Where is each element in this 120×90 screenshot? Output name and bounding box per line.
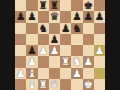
piece-white-rook[interactable]: ♜	[61, 56, 70, 67]
piece-white-knight[interactable]: ♞	[72, 56, 81, 67]
square-f1[interactable]	[71, 79, 82, 90]
piece-white-pawn[interactable]: ♟	[16, 68, 25, 79]
piece-black-queen[interactable]: ♛	[50, 11, 59, 22]
square-a5[interactable]	[15, 34, 26, 45]
square-c8[interactable]: ♜	[38, 0, 49, 11]
square-f5[interactable]	[71, 34, 82, 45]
piece-black-pawn[interactable]: ♟	[61, 23, 70, 34]
square-a7[interactable]: ♟	[15, 11, 26, 22]
square-d4[interactable]: ♟	[49, 45, 60, 56]
square-a1[interactable]	[15, 79, 26, 90]
piece-black-knight[interactable]: ♞	[38, 23, 47, 34]
square-b7[interactable]: ♟	[26, 11, 37, 22]
square-d7[interactable]: ♛	[49, 11, 60, 22]
square-f7[interactable]: ♟	[71, 11, 82, 22]
square-b3[interactable]: ♟	[26, 56, 37, 67]
square-e3[interactable]: ♜	[60, 56, 71, 67]
piece-black-pawn[interactable]: ♟	[83, 11, 92, 22]
square-a6[interactable]	[15, 23, 26, 34]
square-d1[interactable]: ♛	[49, 79, 60, 90]
piece-black-pawn[interactable]: ♟	[16, 11, 25, 22]
screen: ♜♜♚♟♟♛♟♟♟♞♟♞♟♟♟♟♟♟♜♞♟♟♝♟♝♜♛♚	[0, 0, 120, 90]
piece-white-pawn[interactable]: ♟	[27, 56, 36, 67]
square-g5[interactable]	[83, 34, 94, 45]
square-h2[interactable]	[94, 68, 105, 79]
square-h3[interactable]	[94, 56, 105, 67]
piece-black-rook[interactable]: ♜	[38, 0, 47, 11]
square-g3[interactable]: ♟	[83, 56, 94, 67]
chess-board: ♜♜♚♟♟♛♟♟♟♞♟♞♟♟♟♟♟♟♜♞♟♟♝♟♝♜♛♚	[15, 0, 105, 90]
piece-black-pawn[interactable]: ♟	[27, 11, 36, 22]
square-g7[interactable]: ♟	[83, 11, 94, 22]
square-e7[interactable]	[60, 11, 71, 22]
square-c6[interactable]: ♞	[38, 23, 49, 34]
square-d3[interactable]	[49, 56, 60, 67]
square-e6[interactable]: ♟	[60, 23, 71, 34]
square-e1[interactable]	[60, 79, 71, 90]
square-e2[interactable]	[60, 68, 71, 79]
square-h1[interactable]	[94, 79, 105, 90]
square-a4[interactable]	[15, 45, 26, 56]
square-e8[interactable]	[60, 0, 71, 11]
square-g1[interactable]: ♚	[83, 79, 94, 90]
square-c3[interactable]	[38, 56, 49, 67]
letterbox-left	[0, 0, 15, 90]
square-f2[interactable]: ♟	[71, 68, 82, 79]
square-h4[interactable]: ♟	[94, 45, 105, 56]
letterbox-right	[105, 0, 120, 90]
square-c7[interactable]	[38, 11, 49, 22]
piece-white-king[interactable]: ♚	[83, 79, 92, 90]
square-c4[interactable]: ♟	[38, 45, 49, 56]
piece-black-knight[interactable]: ♞	[72, 23, 81, 34]
square-g6[interactable]	[83, 23, 94, 34]
square-f6[interactable]: ♞	[71, 23, 82, 34]
square-b1[interactable]: ♝	[26, 79, 37, 90]
piece-white-rook[interactable]: ♜	[38, 79, 47, 90]
piece-black-pawn[interactable]: ♟	[95, 11, 104, 22]
piece-white-queen[interactable]: ♛	[50, 79, 59, 90]
square-e5[interactable]	[60, 34, 71, 45]
square-b6[interactable]	[26, 23, 37, 34]
piece-black-pawn[interactable]: ♟	[72, 11, 81, 22]
piece-white-pawn[interactable]: ♟	[72, 68, 81, 79]
piece-white-pawn[interactable]: ♟	[38, 45, 47, 56]
square-h6[interactable]	[94, 23, 105, 34]
piece-white-bishop[interactable]: ♝	[27, 79, 36, 90]
piece-white-pawn[interactable]: ♟	[50, 45, 59, 56]
square-a2[interactable]: ♟	[15, 68, 26, 79]
square-f3[interactable]: ♞	[71, 56, 82, 67]
square-h7[interactable]: ♟	[94, 11, 105, 22]
square-c1[interactable]: ♜	[38, 79, 49, 90]
piece-white-pawn[interactable]: ♟	[83, 56, 92, 67]
square-a3[interactable]	[15, 56, 26, 67]
piece-white-pawn[interactable]: ♟	[95, 45, 104, 56]
